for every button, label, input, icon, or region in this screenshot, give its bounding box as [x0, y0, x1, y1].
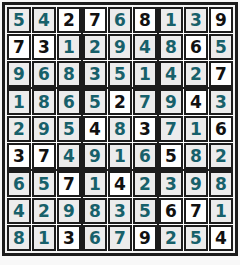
sudoku-cell-r9c2[interactable]: 1: [32, 225, 56, 251]
sudoku-cell-r7c2[interactable]: 5: [32, 171, 56, 197]
sudoku-cell-r3c2[interactable]: 6: [32, 61, 56, 87]
sudoku-cell-r6c6[interactable]: 6: [133, 143, 157, 169]
sudoku-box: 768294351: [83, 7, 157, 87]
sudoku-cell-r4c4[interactable]: 5: [83, 89, 107, 115]
sudoku-cell-r7c9[interactable]: 8: [209, 171, 233, 197]
sudoku-cell-r5c8[interactable]: 1: [184, 116, 208, 142]
sudoku-cell-r8c8[interactable]: 7: [184, 198, 208, 224]
sudoku-cell-r1c2[interactable]: 4: [32, 7, 56, 33]
sudoku-cell-r8c9[interactable]: 1: [209, 198, 233, 224]
sudoku-cell-r4c3[interactable]: 6: [57, 89, 81, 115]
sudoku-cell-r3c3[interactable]: 8: [57, 61, 81, 87]
sudoku-cell-r2c6[interactable]: 4: [133, 34, 157, 60]
sudoku-cell-r7c8[interactable]: 9: [184, 171, 208, 197]
sudoku-cell-r9c9[interactable]: 4: [209, 225, 233, 251]
sudoku-cell-r4c9[interactable]: 3: [209, 89, 233, 115]
sudoku-cell-r1c7[interactable]: 1: [159, 7, 183, 33]
sudoku-cell-r2c2[interactable]: 3: [32, 34, 56, 60]
sudoku-cell-r1c6[interactable]: 8: [133, 7, 157, 33]
sudoku-cell-r4c6[interactable]: 7: [133, 89, 157, 115]
sudoku-box-grid: 5427319687682943511398654271862953745274…: [7, 7, 233, 251]
sudoku-cell-r8c6[interactable]: 5: [133, 198, 157, 224]
sudoku-cell-r6c3[interactable]: 4: [57, 143, 81, 169]
sudoku-cell-r9c8[interactable]: 5: [184, 225, 208, 251]
sudoku-cell-r7c3[interactable]: 7: [57, 171, 81, 197]
sudoku-cell-r1c8[interactable]: 3: [184, 7, 208, 33]
sudoku-cell-r2c1[interactable]: 7: [7, 34, 31, 60]
sudoku-cell-r5c9[interactable]: 6: [209, 116, 233, 142]
sudoku-cell-r5c7[interactable]: 7: [159, 116, 183, 142]
sudoku-cell-r7c1[interactable]: 6: [7, 171, 31, 197]
sudoku-cell-r1c3[interactable]: 2: [57, 7, 81, 33]
sudoku-cell-r2c9[interactable]: 5: [209, 34, 233, 60]
sudoku-cell-r5c5[interactable]: 8: [108, 116, 132, 142]
sudoku-box: 527483916: [83, 89, 157, 169]
sudoku-cell-r3c1[interactable]: 9: [7, 61, 31, 87]
sudoku-cell-r1c9[interactable]: 9: [209, 7, 233, 33]
sudoku-box: 398671254: [159, 171, 233, 251]
sudoku-cell-r8c7[interactable]: 6: [159, 198, 183, 224]
sudoku-cell-r2c7[interactable]: 8: [159, 34, 183, 60]
sudoku-cell-r2c5[interactable]: 9: [108, 34, 132, 60]
sudoku-cell-r4c1[interactable]: 1: [7, 89, 31, 115]
sudoku-cell-r6c9[interactable]: 2: [209, 143, 233, 169]
sudoku-cell-r2c3[interactable]: 1: [57, 34, 81, 60]
sudoku-cell-r3c6[interactable]: 1: [133, 61, 157, 87]
sudoku-cell-r7c4[interactable]: 1: [83, 171, 107, 197]
sudoku-cell-r8c4[interactable]: 8: [83, 198, 107, 224]
sudoku-cell-r3c5[interactable]: 5: [108, 61, 132, 87]
sudoku-cell-r7c6[interactable]: 2: [133, 171, 157, 197]
sudoku-cell-r5c2[interactable]: 9: [32, 116, 56, 142]
sudoku-cell-r8c5[interactable]: 3: [108, 198, 132, 224]
sudoku-cell-r6c4[interactable]: 9: [83, 143, 107, 169]
sudoku-cell-r8c2[interactable]: 2: [32, 198, 56, 224]
sudoku-cell-r4c2[interactable]: 8: [32, 89, 56, 115]
sudoku-cell-r1c4[interactable]: 7: [83, 7, 107, 33]
sudoku-cell-r9c7[interactable]: 2: [159, 225, 183, 251]
sudoku-cell-r3c4[interactable]: 3: [83, 61, 107, 87]
sudoku-cell-r8c1[interactable]: 4: [7, 198, 31, 224]
sudoku-cell-r9c1[interactable]: 8: [7, 225, 31, 251]
sudoku-cell-r1c5[interactable]: 6: [108, 7, 132, 33]
sudoku-cell-r3c9[interactable]: 7: [209, 61, 233, 87]
sudoku-cell-r3c8[interactable]: 2: [184, 61, 208, 87]
sudoku-cell-r5c4[interactable]: 4: [83, 116, 107, 142]
sudoku-box: 186295374: [7, 89, 81, 169]
sudoku-box: 542731968: [7, 7, 81, 87]
sudoku-cell-r6c8[interactable]: 8: [184, 143, 208, 169]
sudoku-cell-r4c7[interactable]: 9: [159, 89, 183, 115]
sudoku-cell-r9c4[interactable]: 6: [83, 225, 107, 251]
sudoku-cell-r6c1[interactable]: 3: [7, 143, 31, 169]
sudoku-cell-r8c3[interactable]: 9: [57, 198, 81, 224]
sudoku-board: 5427319687682943511398654271862953745274…: [2, 2, 238, 256]
sudoku-cell-r9c5[interactable]: 7: [108, 225, 132, 251]
sudoku-box: 142835679: [83, 171, 157, 251]
sudoku-cell-r6c2[interactable]: 7: [32, 143, 56, 169]
sudoku-cell-r2c8[interactable]: 6: [184, 34, 208, 60]
sudoku-cell-r7c5[interactable]: 4: [108, 171, 132, 197]
sudoku-cell-r9c6[interactable]: 9: [133, 225, 157, 251]
sudoku-cell-r3c7[interactable]: 4: [159, 61, 183, 87]
sudoku-cell-r1c1[interactable]: 5: [7, 7, 31, 33]
sudoku-cell-r6c5[interactable]: 1: [108, 143, 132, 169]
sudoku-cell-r7c7[interactable]: 3: [159, 171, 183, 197]
sudoku-box: 943716582: [159, 89, 233, 169]
sudoku-cell-r2c4[interactable]: 2: [83, 34, 107, 60]
sudoku-cell-r4c5[interactable]: 2: [108, 89, 132, 115]
sudoku-cell-r5c3[interactable]: 5: [57, 116, 81, 142]
sudoku-cell-r6c7[interactable]: 5: [159, 143, 183, 169]
sudoku-cell-r9c3[interactable]: 3: [57, 225, 81, 251]
sudoku-cell-r4c8[interactable]: 4: [184, 89, 208, 115]
sudoku-cell-r5c1[interactable]: 2: [7, 116, 31, 142]
sudoku-cell-r5c6[interactable]: 3: [133, 116, 157, 142]
sudoku-box: 139865427: [159, 7, 233, 87]
sudoku-box: 657429813: [7, 171, 81, 251]
